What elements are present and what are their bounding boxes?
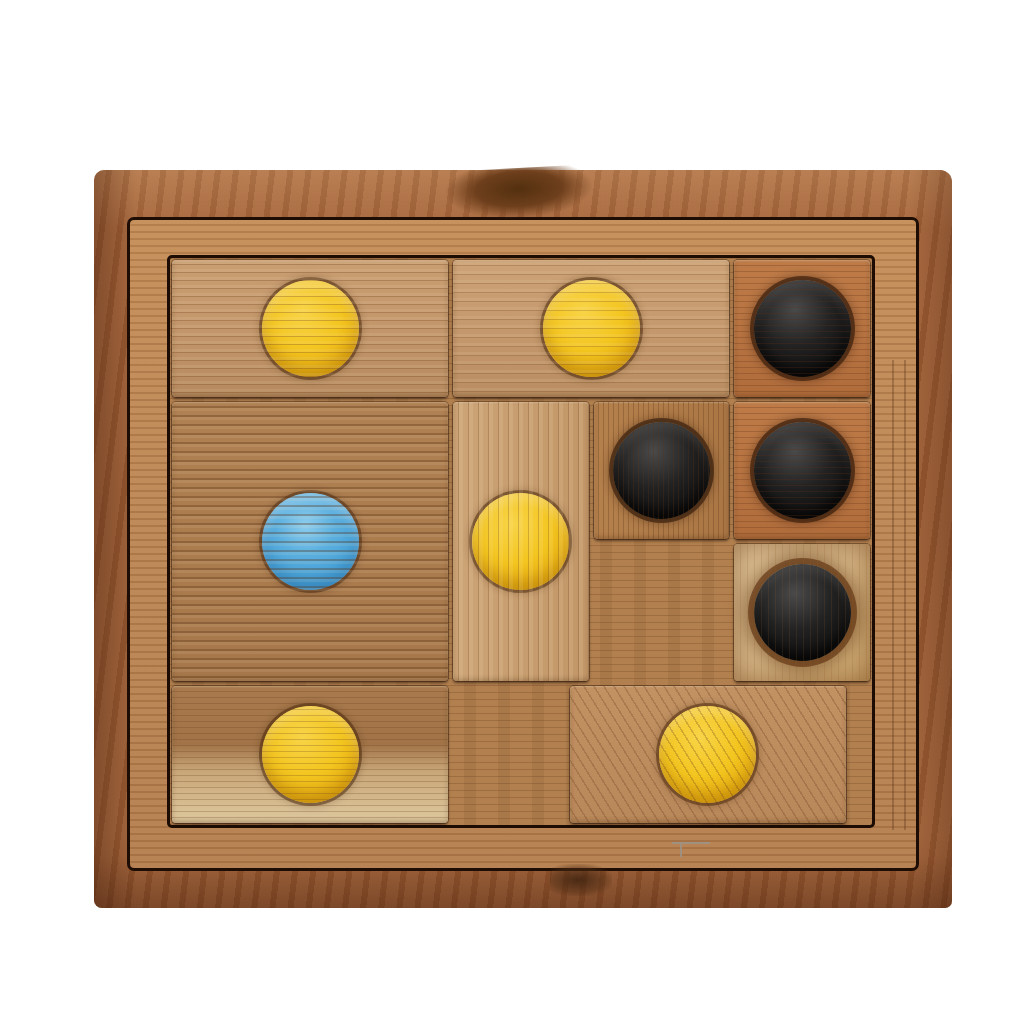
wood-bark-patch <box>550 864 612 896</box>
piece-i-yellow-2x1[interactable] <box>172 686 448 823</box>
rim-grain-streaks <box>882 360 916 830</box>
piece-j-yellow-2x1[interactable] <box>570 686 846 823</box>
scratch-mark <box>672 842 716 858</box>
piece-b-yellow-2x1[interactable] <box>453 260 729 397</box>
black-dot <box>754 422 851 519</box>
yellow-dot <box>262 706 359 803</box>
yellow-dot <box>472 493 569 590</box>
black-dot <box>613 422 710 519</box>
product-photo <box>0 0 1024 1024</box>
piece-a-yellow-2x1[interactable] <box>172 260 448 397</box>
piece-f-black-1x1[interactable] <box>594 402 730 539</box>
puzzle-tray-floor <box>167 255 875 828</box>
scratch-line-vertical <box>680 844 682 857</box>
yellow-dot <box>262 280 359 377</box>
wood-bark-knot <box>445 164 593 222</box>
piece-d-blue-2x2[interactable] <box>172 402 448 681</box>
black-dot <box>754 280 851 377</box>
piece-h-black-1x1[interactable] <box>734 544 870 681</box>
scratch-line-horizontal <box>672 842 710 844</box>
piece-e-yellow-1x2[interactable] <box>453 402 589 681</box>
blue-dot <box>262 493 359 590</box>
yellow-dot <box>659 706 756 803</box>
puzzle-board <box>172 260 870 823</box>
piece-c-black-1x1[interactable] <box>734 260 870 397</box>
puzzle-box-frame <box>94 170 952 908</box>
piece-g-black-1x1[interactable] <box>734 402 870 539</box>
black-dot <box>754 564 851 661</box>
yellow-dot <box>543 280 640 377</box>
